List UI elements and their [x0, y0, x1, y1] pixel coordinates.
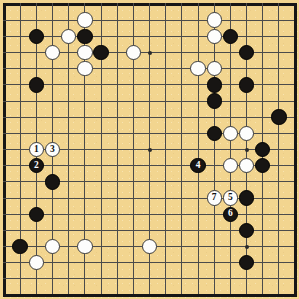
stone-white	[45, 239, 60, 254]
stone-white	[190, 61, 205, 76]
move-number-label: 5	[228, 193, 233, 203]
stone-black	[239, 77, 254, 92]
stone-black	[255, 158, 270, 173]
grid-line-horizontal	[3, 294, 297, 297]
grid-line-vertical	[181, 3, 182, 297]
move-number-label: 7	[212, 193, 217, 203]
stone-white	[77, 45, 92, 60]
grid-line-horizontal	[3, 278, 297, 279]
stone-white	[61, 29, 76, 44]
move-number-label: 3	[50, 144, 55, 154]
stone-white	[77, 239, 92, 254]
move-number-label: 1	[34, 144, 39, 154]
stone-move-1: 1	[29, 142, 44, 157]
grid-line-vertical	[230, 3, 231, 297]
stone-white	[207, 12, 222, 27]
grid-line-vertical	[214, 3, 215, 297]
stone-white	[77, 61, 92, 76]
stone-white	[77, 12, 92, 27]
grid-line-vertical	[198, 3, 199, 297]
stone-black	[93, 45, 108, 60]
stone-white	[126, 45, 141, 60]
stone-white	[142, 239, 157, 254]
hoshi-point	[148, 148, 152, 152]
move-number-label: 6	[228, 209, 233, 219]
diagram-page: 1324756	[0, 0, 299, 299]
stone-white	[239, 126, 254, 141]
stone-move-4: 4	[190, 158, 205, 173]
stone-white	[239, 158, 254, 173]
stone-black	[239, 190, 254, 205]
stone-black	[207, 126, 222, 141]
stone-white	[29, 255, 44, 270]
stone-move-2: 2	[29, 158, 44, 173]
stone-black	[77, 29, 92, 44]
stone-black	[12, 239, 27, 254]
grid-line-vertical	[294, 3, 297, 297]
stone-black	[271, 109, 286, 124]
grid-line-vertical	[165, 3, 166, 297]
stone-white	[223, 158, 238, 173]
stone-white	[223, 126, 238, 141]
stone-black	[207, 93, 222, 108]
move-number-label: 4	[196, 160, 201, 170]
hoshi-point	[148, 51, 152, 55]
stone-black	[207, 77, 222, 92]
grid-line-vertical	[278, 3, 279, 297]
stone-move-3: 3	[45, 142, 60, 157]
stone-black	[29, 29, 44, 44]
stone-black	[223, 29, 238, 44]
stone-white	[45, 45, 60, 60]
stone-black	[255, 142, 270, 157]
stone-black	[239, 223, 254, 238]
stone-move-6: 6	[223, 207, 238, 222]
hoshi-point	[245, 245, 249, 249]
stone-black	[29, 207, 44, 222]
hoshi-point	[245, 148, 249, 152]
stone-black	[29, 77, 44, 92]
stone-black	[239, 45, 254, 60]
stone-black	[239, 255, 254, 270]
stone-black	[45, 174, 60, 189]
move-number-label: 2	[34, 160, 39, 170]
stone-white	[207, 29, 222, 44]
stone-white	[207, 61, 222, 76]
stone-move-5: 5	[223, 190, 238, 205]
grid-line-horizontal	[3, 214, 297, 215]
stone-move-7: 7	[207, 190, 222, 205]
